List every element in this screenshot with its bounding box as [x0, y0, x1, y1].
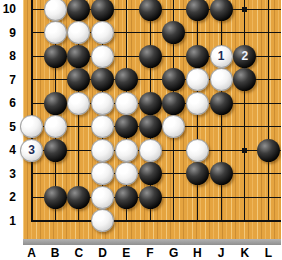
stone-white-J8[interactable]: 1	[210, 45, 233, 68]
coord-col-F: F	[140, 246, 160, 260]
move-number-3: 3	[28, 144, 35, 156]
grid-line-row-1	[31, 220, 282, 222]
stone-white-F4[interactable]	[139, 139, 162, 162]
stone-white-H4[interactable]	[186, 139, 209, 162]
stone-black-F5[interactable]	[139, 115, 162, 138]
coord-row-3: 3	[0, 167, 16, 181]
stone-white-G5[interactable]	[162, 115, 185, 138]
stone-white-D5[interactable]	[91, 115, 114, 138]
stone-white-H6[interactable]	[186, 92, 209, 115]
stone-black-G9[interactable]	[162, 21, 185, 44]
stone-white-D9[interactable]	[91, 21, 114, 44]
stone-white-J7[interactable]	[210, 68, 233, 91]
star-point-K10	[242, 7, 247, 12]
bottom-coordinates: ABCDEFGHJKL	[0, 244, 281, 260]
stone-white-E6[interactable]	[115, 92, 138, 115]
coord-row-6: 6	[0, 96, 16, 110]
stone-white-H7[interactable]	[186, 68, 209, 91]
stone-black-K7[interactable]	[233, 68, 256, 91]
stone-black-H10[interactable]	[186, 0, 209, 21]
stone-black-H3[interactable]	[186, 162, 209, 185]
move-number-1: 1	[218, 50, 225, 62]
stone-white-B5[interactable]	[44, 115, 67, 138]
coord-row-2: 2	[0, 190, 16, 204]
stone-black-J10[interactable]	[210, 0, 233, 21]
stone-black-G7[interactable]	[162, 68, 185, 91]
stone-black-J3[interactable]	[210, 162, 233, 185]
stone-black-D10[interactable]	[91, 0, 114, 21]
stone-white-C9[interactable]	[67, 21, 90, 44]
stone-black-B2[interactable]	[44, 186, 67, 209]
coord-row-5: 5	[0, 120, 16, 134]
stone-black-B8[interactable]	[44, 45, 67, 68]
stone-white-C6[interactable]	[67, 92, 90, 115]
left-coordinates: 10987654321	[0, 0, 23, 239]
stone-black-F3[interactable]	[139, 162, 162, 185]
stone-white-B9[interactable]	[44, 21, 67, 44]
stone-white-D2[interactable]	[91, 186, 114, 209]
coord-col-K: K	[235, 246, 255, 260]
stone-white-D8[interactable]	[91, 45, 114, 68]
coord-col-L: L	[259, 246, 279, 260]
stone-black-C10[interactable]	[67, 0, 90, 21]
stone-white-A4[interactable]: 3	[20, 139, 43, 162]
stone-black-F6[interactable]	[139, 92, 162, 115]
coord-col-A: A	[22, 246, 42, 260]
stone-white-D6[interactable]	[91, 92, 114, 115]
stone-black-F10[interactable]	[139, 0, 162, 21]
coord-col-C: C	[69, 246, 89, 260]
star-point-K4	[242, 148, 247, 153]
stone-black-K8[interactable]: 2	[233, 45, 256, 68]
stone-black-B4[interactable]	[44, 139, 67, 162]
go-board-screenshot: 123 10987654321 ABCDEFGHJKL	[0, 0, 281, 260]
stone-black-J6[interactable]	[210, 92, 233, 115]
stone-black-B6[interactable]	[44, 92, 67, 115]
stone-black-G6[interactable]	[162, 92, 185, 115]
coord-row-4: 4	[0, 143, 16, 157]
coord-row-9: 9	[0, 26, 16, 40]
stone-black-H8[interactable]	[186, 45, 209, 68]
stone-black-L4[interactable]	[257, 139, 280, 162]
move-number-2: 2	[241, 50, 248, 62]
coord-col-H: H	[187, 246, 207, 260]
coord-col-E: E	[116, 246, 136, 260]
stone-white-A5[interactable]	[20, 115, 43, 138]
coord-row-10: 10	[0, 2, 16, 16]
stone-black-E5[interactable]	[115, 115, 138, 138]
coord-row-8: 8	[0, 49, 16, 63]
coord-col-D: D	[93, 246, 113, 260]
stone-white-E4[interactable]	[115, 139, 138, 162]
stone-white-B10[interactable]	[44, 0, 67, 21]
go-board[interactable]: 123	[0, 0, 281, 245]
stone-black-D7[interactable]	[91, 68, 114, 91]
stone-black-F2[interactable]	[139, 186, 162, 209]
coord-row-1: 1	[0, 214, 16, 228]
coord-col-G: G	[164, 246, 184, 260]
stone-black-C2[interactable]	[67, 186, 90, 209]
stone-white-D4[interactable]	[91, 139, 114, 162]
stone-white-D3[interactable]	[91, 162, 114, 185]
stone-black-C7[interactable]	[67, 68, 90, 91]
coord-col-B: B	[45, 246, 65, 260]
coord-col-J: J	[211, 246, 231, 260]
stone-white-E3[interactable]	[115, 162, 138, 185]
coord-row-7: 7	[0, 73, 16, 87]
stone-black-F8[interactable]	[139, 45, 162, 68]
stone-white-D1[interactable]	[91, 209, 114, 232]
stone-black-E7[interactable]	[115, 68, 138, 91]
stone-black-C8[interactable]	[67, 45, 90, 68]
stone-black-E2[interactable]	[115, 186, 138, 209]
